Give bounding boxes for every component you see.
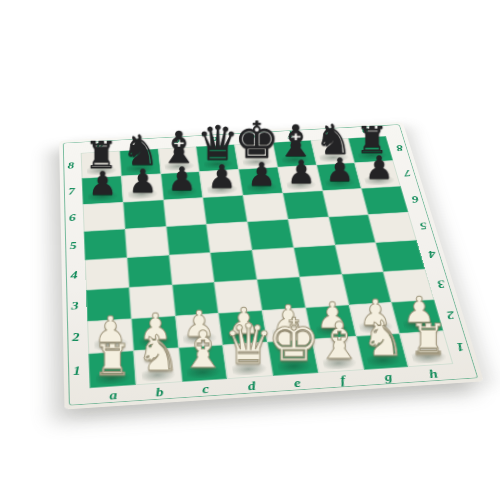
piece-shadow bbox=[232, 361, 268, 376]
square-g2: ♟ bbox=[348, 302, 399, 337]
piece-shadow bbox=[186, 364, 222, 379]
square-h1: ♜ bbox=[400, 331, 454, 367]
square-d3 bbox=[214, 279, 262, 312]
square-b4 bbox=[127, 255, 172, 287]
piece-shadow bbox=[357, 149, 389, 160]
file-label-e: e bbox=[232, 130, 272, 145]
square-b7: ♟ bbox=[121, 174, 163, 202]
square-a4 bbox=[85, 258, 129, 290]
square-f1: ♝ bbox=[312, 337, 364, 373]
piece-shadow bbox=[165, 160, 196, 171]
rank-label-4: 4 bbox=[63, 260, 86, 291]
square-g8: ♞ bbox=[310, 138, 354, 165]
piece-shadow bbox=[207, 183, 239, 195]
square-h3 bbox=[383, 269, 434, 302]
piece-shadow bbox=[167, 186, 198, 198]
square-a7: ♟ bbox=[82, 176, 123, 204]
square-b3 bbox=[129, 285, 175, 319]
square-g5 bbox=[328, 215, 376, 245]
file-label-f: f bbox=[318, 370, 367, 391]
square-d4 bbox=[210, 250, 256, 282]
square-c5 bbox=[166, 224, 211, 255]
piece-shadow bbox=[322, 355, 359, 370]
square-c4 bbox=[169, 253, 215, 285]
piece-shadow bbox=[227, 328, 262, 343]
square-f7: ♟ bbox=[277, 165, 322, 193]
square-c3 bbox=[172, 282, 219, 316]
square-c2: ♟ bbox=[175, 313, 223, 348]
square-a5 bbox=[84, 229, 127, 260]
square-g7: ♟ bbox=[316, 163, 361, 191]
file-label-a: a bbox=[80, 138, 119, 153]
piece-shadow bbox=[183, 330, 218, 345]
piece-shadow bbox=[402, 316, 438, 330]
piece-shadow bbox=[87, 164, 117, 175]
square-b5 bbox=[125, 227, 169, 258]
file-label-c: c bbox=[182, 379, 230, 401]
file-label-e: e bbox=[273, 373, 322, 394]
piece-shadow bbox=[411, 349, 448, 364]
square-e5 bbox=[247, 220, 293, 250]
file-label-c: c bbox=[157, 134, 197, 149]
square-f6 bbox=[283, 190, 329, 219]
piece-shadow bbox=[366, 352, 403, 367]
square-b2: ♟ bbox=[131, 316, 178, 351]
square-a6 bbox=[83, 202, 125, 232]
rank-label-3: 3 bbox=[63, 290, 87, 323]
square-c1: ♝ bbox=[178, 345, 227, 382]
piece-shadow bbox=[246, 181, 278, 193]
piece-shadow bbox=[141, 367, 177, 382]
square-b6 bbox=[123, 200, 166, 230]
piece-shadow bbox=[277, 358, 314, 373]
board-border: abcdefgh abcdefgh 87654321 87654321 ♜♞♝♛… bbox=[59, 122, 484, 410]
piece-shadow bbox=[315, 322, 351, 336]
square-a2: ♟ bbox=[87, 318, 133, 353]
piece-shadow bbox=[280, 154, 311, 165]
square-g3 bbox=[341, 272, 391, 305]
piece-shadow bbox=[358, 319, 394, 333]
square-e8: ♚ bbox=[234, 142, 277, 169]
file-label-f: f bbox=[270, 128, 310, 143]
rank-label-1: 1 bbox=[64, 354, 89, 390]
piece-shadow bbox=[364, 174, 396, 185]
square-a1: ♜ bbox=[88, 351, 135, 388]
square-f5 bbox=[288, 217, 335, 247]
square-e6 bbox=[243, 193, 288, 222]
square-d6 bbox=[203, 195, 247, 224]
square-e3 bbox=[257, 277, 305, 310]
square-c8: ♝ bbox=[158, 147, 200, 174]
piece-shadow bbox=[242, 156, 273, 167]
piece-shadow bbox=[139, 333, 174, 348]
square-a8: ♜ bbox=[81, 151, 121, 178]
piece-shadow bbox=[95, 369, 131, 384]
piece-shadow bbox=[203, 158, 234, 169]
piece-shadow bbox=[325, 176, 357, 188]
square-e7: ♟ bbox=[239, 167, 283, 195]
rank-label-2: 2 bbox=[64, 321, 88, 355]
square-h2: ♟ bbox=[391, 299, 443, 333]
square-b8: ♞ bbox=[119, 149, 160, 176]
square-e4 bbox=[252, 247, 299, 279]
square-d8: ♛ bbox=[196, 144, 238, 171]
file-label-b: b bbox=[118, 136, 157, 151]
square-a3 bbox=[86, 287, 131, 321]
square-d5 bbox=[207, 222, 252, 253]
square-f8: ♝ bbox=[272, 140, 316, 167]
piece-shadow bbox=[126, 162, 157, 173]
square-c6 bbox=[163, 197, 207, 226]
square-e2: ♟ bbox=[262, 307, 312, 342]
square-g6 bbox=[322, 188, 368, 217]
file-label-b: b bbox=[136, 382, 184, 404]
board-scene: abcdefgh abcdefgh 87654321 87654321 ♜♞♝♛… bbox=[0, 0, 500, 500]
file-label-a: a bbox=[90, 385, 137, 407]
square-d1: ♛ bbox=[223, 342, 273, 379]
piece-shadow bbox=[286, 179, 318, 191]
rank-label-7: 7 bbox=[61, 178, 83, 205]
square-d7: ♟ bbox=[200, 169, 243, 197]
file-label-g: g bbox=[308, 126, 349, 141]
file-label-d: d bbox=[194, 132, 234, 147]
square-f3 bbox=[299, 274, 348, 307]
piece-shadow bbox=[88, 190, 119, 202]
square-d2: ♟ bbox=[219, 310, 268, 345]
file-label-h: h bbox=[345, 124, 386, 139]
square-c7: ♟ bbox=[160, 171, 203, 199]
chess-board-mat: abcdefgh abcdefgh 87654321 87654321 ♜♞♝♛… bbox=[59, 122, 484, 410]
rank-label-6: 6 bbox=[61, 204, 83, 233]
file-label-h: h bbox=[409, 364, 459, 385]
piece-shadow bbox=[128, 188, 159, 200]
square-f4 bbox=[293, 245, 341, 277]
square-b1: ♞ bbox=[133, 348, 181, 385]
chess-set-photo: abcdefgh abcdefgh 87654321 87654321 ♜♞♝♛… bbox=[0, 0, 500, 500]
rank-label-8: 8 bbox=[60, 153, 81, 179]
square-f2: ♟ bbox=[305, 305, 356, 340]
file-label-d: d bbox=[227, 376, 276, 398]
piece-shadow bbox=[94, 336, 129, 351]
piece-shadow bbox=[271, 325, 307, 339]
square-e1: ♚ bbox=[267, 339, 318, 376]
rank-label-5: 5 bbox=[62, 232, 85, 262]
file-label-g: g bbox=[364, 367, 414, 388]
piece-shadow bbox=[319, 151, 350, 162]
